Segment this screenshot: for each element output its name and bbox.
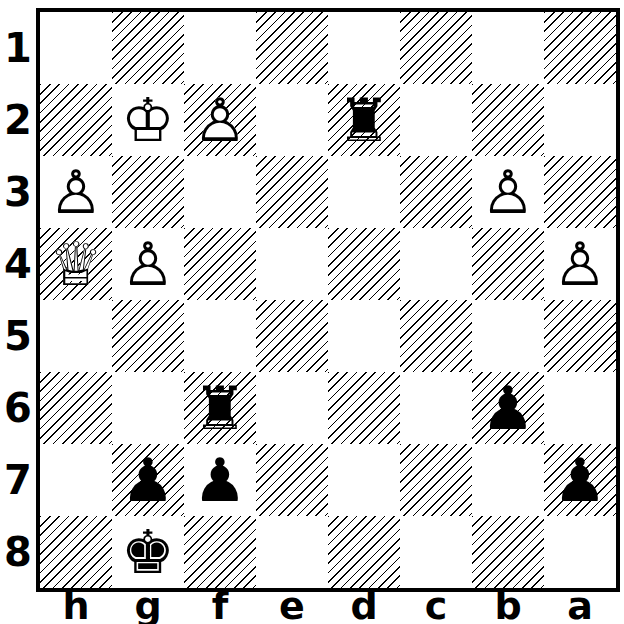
square-h7[interactable] bbox=[40, 444, 112, 516]
square-a2[interactable] bbox=[544, 84, 616, 156]
square-d7[interactable] bbox=[328, 444, 400, 516]
square-h4[interactable]: ♛♕ bbox=[40, 228, 112, 300]
square-g4[interactable]: ♟♙ bbox=[112, 228, 184, 300]
square-g2[interactable]: ♚♔ bbox=[112, 84, 184, 156]
rank-label-8: 8 bbox=[0, 516, 36, 588]
rank-label-5: 5 bbox=[0, 300, 36, 372]
square-h3[interactable]: ♟♙ bbox=[40, 156, 112, 228]
white-pawn-fill: ♟ bbox=[40, 156, 112, 228]
square-c8[interactable] bbox=[400, 516, 472, 588]
square-f7[interactable]: ♟ bbox=[184, 444, 256, 516]
square-b6[interactable]: ♟ bbox=[472, 372, 544, 444]
square-f3[interactable] bbox=[184, 156, 256, 228]
square-d6[interactable] bbox=[328, 372, 400, 444]
square-a6[interactable] bbox=[544, 372, 616, 444]
black-pawn: ♟ bbox=[184, 444, 256, 516]
square-b2[interactable] bbox=[472, 84, 544, 156]
square-b5[interactable] bbox=[472, 300, 544, 372]
square-g1[interactable] bbox=[112, 12, 184, 84]
square-h8[interactable] bbox=[40, 516, 112, 588]
square-b8[interactable] bbox=[472, 516, 544, 588]
rank-label-4: 4 bbox=[0, 228, 36, 300]
file-labels: hgfedcba bbox=[40, 588, 616, 624]
square-a3[interactable] bbox=[544, 156, 616, 228]
rank-label-6: 6 bbox=[0, 372, 36, 444]
black-pawn: ♟ bbox=[112, 444, 184, 516]
white-queen-fill: ♛ bbox=[40, 228, 112, 300]
square-e3[interactable] bbox=[256, 156, 328, 228]
white-pawn: ♙ bbox=[472, 156, 544, 228]
square-h5[interactable] bbox=[40, 300, 112, 372]
file-label-h: h bbox=[40, 588, 112, 624]
square-h1[interactable] bbox=[40, 12, 112, 84]
square-c2[interactable] bbox=[400, 84, 472, 156]
square-d5[interactable] bbox=[328, 300, 400, 372]
square-d8[interactable] bbox=[328, 516, 400, 588]
black-pawn: ♟ bbox=[544, 444, 616, 516]
square-c1[interactable] bbox=[400, 12, 472, 84]
square-f4[interactable] bbox=[184, 228, 256, 300]
square-f6[interactable]: ♜ bbox=[184, 372, 256, 444]
black-king: ♚ bbox=[112, 516, 184, 588]
file-label-a: a bbox=[544, 588, 616, 624]
square-a4[interactable]: ♟♙ bbox=[544, 228, 616, 300]
square-e7[interactable] bbox=[256, 444, 328, 516]
square-b3[interactable]: ♟♙ bbox=[472, 156, 544, 228]
white-pawn-fill: ♟ bbox=[112, 228, 184, 300]
white-pawn-fill: ♟ bbox=[184, 84, 256, 156]
square-g5[interactable] bbox=[112, 300, 184, 372]
square-e6[interactable] bbox=[256, 372, 328, 444]
square-h6[interactable] bbox=[40, 372, 112, 444]
file-label-c: c bbox=[400, 588, 472, 624]
square-g3[interactable] bbox=[112, 156, 184, 228]
square-e5[interactable] bbox=[256, 300, 328, 372]
square-c3[interactable] bbox=[400, 156, 472, 228]
chess-diagram: 12345678 ♚♔♟♙♜♟♙♟♙♛♕♟♙♟♙♜♟♟♟♟♚ hgfedcba bbox=[0, 0, 624, 624]
square-d4[interactable] bbox=[328, 228, 400, 300]
square-f1[interactable] bbox=[184, 12, 256, 84]
rank-label-2: 2 bbox=[0, 84, 36, 156]
square-b7[interactable] bbox=[472, 444, 544, 516]
square-e8[interactable] bbox=[256, 516, 328, 588]
square-b4[interactable] bbox=[472, 228, 544, 300]
rank-label-1: 1 bbox=[0, 12, 36, 84]
square-a1[interactable] bbox=[544, 12, 616, 84]
square-e4[interactable] bbox=[256, 228, 328, 300]
square-d3[interactable] bbox=[328, 156, 400, 228]
square-c7[interactable] bbox=[400, 444, 472, 516]
square-d1[interactable] bbox=[328, 12, 400, 84]
file-label-b: b bbox=[472, 588, 544, 624]
black-rook: ♜ bbox=[328, 84, 400, 156]
white-queen: ♕ bbox=[40, 228, 112, 300]
black-pawn: ♟ bbox=[472, 372, 544, 444]
square-d2[interactable]: ♜ bbox=[328, 84, 400, 156]
square-c4[interactable] bbox=[400, 228, 472, 300]
white-pawn-fill: ♟ bbox=[544, 228, 616, 300]
square-h2[interactable] bbox=[40, 84, 112, 156]
file-label-e: e bbox=[256, 588, 328, 624]
square-c5[interactable] bbox=[400, 300, 472, 372]
square-g6[interactable] bbox=[112, 372, 184, 444]
square-f5[interactable] bbox=[184, 300, 256, 372]
white-pawn: ♙ bbox=[112, 228, 184, 300]
rank-label-3: 3 bbox=[0, 156, 36, 228]
board: ♚♔♟♙♜♟♙♟♙♛♕♟♙♟♙♜♟♟♟♟♚ bbox=[36, 8, 620, 592]
file-label-d: d bbox=[328, 588, 400, 624]
file-label-g: g bbox=[112, 588, 184, 624]
rank-labels: 12345678 bbox=[0, 12, 36, 588]
square-e1[interactable] bbox=[256, 12, 328, 84]
white-pawn: ♙ bbox=[40, 156, 112, 228]
square-g7[interactable]: ♟ bbox=[112, 444, 184, 516]
white-pawn-fill: ♟ bbox=[472, 156, 544, 228]
square-g8[interactable]: ♚ bbox=[112, 516, 184, 588]
file-label-f: f bbox=[184, 588, 256, 624]
rank-label-7: 7 bbox=[0, 444, 36, 516]
white-pawn: ♙ bbox=[184, 84, 256, 156]
square-a7[interactable]: ♟ bbox=[544, 444, 616, 516]
square-b1[interactable] bbox=[472, 12, 544, 84]
square-e2[interactable] bbox=[256, 84, 328, 156]
black-rook: ♜ bbox=[184, 372, 256, 444]
square-f2[interactable]: ♟♙ bbox=[184, 84, 256, 156]
white-king: ♔ bbox=[112, 84, 184, 156]
square-c6[interactable] bbox=[400, 372, 472, 444]
square-f8[interactable] bbox=[184, 516, 256, 588]
square-a5[interactable] bbox=[544, 300, 616, 372]
white-pawn: ♙ bbox=[544, 228, 616, 300]
square-a8[interactable] bbox=[544, 516, 616, 588]
white-king-fill: ♚ bbox=[112, 84, 184, 156]
